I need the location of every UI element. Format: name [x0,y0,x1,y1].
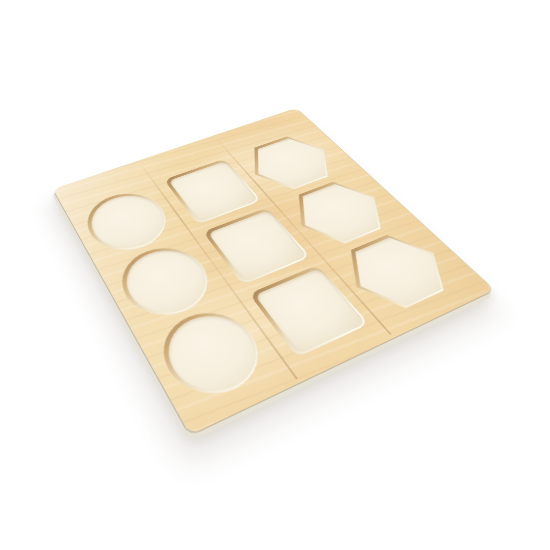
recess-floor [169,161,259,222]
recess-floor [337,230,461,315]
recess-square-r3c2 [249,265,369,358]
recess-floor [255,268,366,354]
recess-floor [208,210,308,282]
recess-floor [154,305,273,405]
puzzle-board [53,108,494,435]
product-photo [0,0,550,550]
recess-grid [53,108,296,189]
recess-floor [114,241,220,324]
recess-circle-r3c1 [148,301,276,409]
